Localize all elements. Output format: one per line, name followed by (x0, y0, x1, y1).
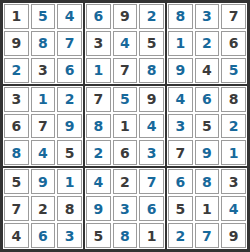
cell-r6c7[interactable]: 7 (168, 140, 193, 165)
cell-r6c4[interactable]: 2 (86, 140, 111, 165)
cell-r4c2[interactable]: 1 (31, 87, 56, 112)
cell-r1c2[interactable]: 5 (31, 4, 56, 29)
cell-r9c8[interactable]: 7 (195, 223, 220, 248)
cell-r4c1[interactable]: 3 (4, 87, 29, 112)
cell-r9c1[interactable]: 4 (4, 223, 29, 248)
cell-r3c2[interactable]: 3 (31, 58, 56, 83)
cell-r7c2[interactable]: 9 (31, 169, 56, 194)
cell-r2c4[interactable]: 3 (86, 31, 111, 56)
cell-r6c9[interactable]: 1 (221, 140, 246, 165)
cell-r8c3[interactable]: 8 (57, 196, 82, 221)
cell-r1c7[interactable]: 8 (168, 4, 193, 29)
cell-r4c7[interactable]: 4 (168, 87, 193, 112)
box-2-2: 683514279 (166, 167, 248, 250)
cell-r4c6[interactable]: 9 (139, 87, 164, 112)
cell-r6c3[interactable]: 5 (57, 140, 82, 165)
cell-r9c2[interactable]: 6 (31, 223, 56, 248)
cell-r4c5[interactable]: 5 (113, 87, 138, 112)
cell-r4c9[interactable]: 8 (221, 87, 246, 112)
cell-r5c2[interactable]: 7 (31, 114, 56, 139)
cell-r7c4[interactable]: 4 (86, 169, 111, 194)
box-2-0: 591728463 (2, 167, 84, 250)
box-2-1: 427936581 (84, 167, 166, 250)
cell-r6c5[interactable]: 6 (113, 140, 138, 165)
cell-r4c8[interactable]: 6 (195, 87, 220, 112)
cell-r3c1[interactable]: 2 (4, 58, 29, 83)
cell-r3c5[interactable]: 7 (113, 58, 138, 83)
cell-r9c4[interactable]: 5 (86, 223, 111, 248)
cell-r1c8[interactable]: 3 (195, 4, 220, 29)
cell-r5c3[interactable]: 9 (57, 114, 82, 139)
cell-r1c6[interactable]: 2 (139, 4, 164, 29)
cell-r7c5[interactable]: 2 (113, 169, 138, 194)
cell-r8c4[interactable]: 9 (86, 196, 111, 221)
cell-r7c6[interactable]: 7 (139, 169, 164, 194)
cell-r8c5[interactable]: 3 (113, 196, 138, 221)
cell-r2c6[interactable]: 5 (139, 31, 164, 56)
cell-r5c9[interactable]: 2 (221, 114, 246, 139)
cell-r9c3[interactable]: 3 (57, 223, 82, 248)
box-1-1: 759814263 (84, 85, 166, 168)
cell-r1c9[interactable]: 7 (221, 4, 246, 29)
cell-r1c5[interactable]: 9 (113, 4, 138, 29)
sudoku-board: 1549872366923451788371269453126798457598… (0, 0, 250, 252)
cell-r7c7[interactable]: 6 (168, 169, 193, 194)
cell-r4c4[interactable]: 7 (86, 87, 111, 112)
cell-r7c9[interactable]: 3 (221, 169, 246, 194)
cell-r5c6[interactable]: 4 (139, 114, 164, 139)
cell-r3c3[interactable]: 6 (57, 58, 82, 83)
cell-r6c2[interactable]: 4 (31, 140, 56, 165)
box-0-1: 692345178 (84, 2, 166, 85)
cell-r9c5[interactable]: 8 (113, 223, 138, 248)
cell-r2c9[interactable]: 6 (221, 31, 246, 56)
cell-r8c7[interactable]: 5 (168, 196, 193, 221)
cell-r1c4[interactable]: 6 (86, 4, 111, 29)
cell-r8c6[interactable]: 6 (139, 196, 164, 221)
cell-r9c6[interactable]: 1 (139, 223, 164, 248)
cell-r7c3[interactable]: 1 (57, 169, 82, 194)
cell-r5c1[interactable]: 6 (4, 114, 29, 139)
cell-r7c1[interactable]: 5 (4, 169, 29, 194)
cell-r6c8[interactable]: 9 (195, 140, 220, 165)
cell-r5c5[interactable]: 1 (113, 114, 138, 139)
cell-r3c8[interactable]: 4 (195, 58, 220, 83)
cell-r9c7[interactable]: 2 (168, 223, 193, 248)
cell-r1c1[interactable]: 1 (4, 4, 29, 29)
cell-r2c8[interactable]: 2 (195, 31, 220, 56)
cell-r5c8[interactable]: 5 (195, 114, 220, 139)
cell-r8c1[interactable]: 7 (4, 196, 29, 221)
cell-r2c5[interactable]: 4 (113, 31, 138, 56)
box-1-0: 312679845 (2, 85, 84, 168)
cell-r2c3[interactable]: 7 (57, 31, 82, 56)
cell-r8c2[interactable]: 2 (31, 196, 56, 221)
box-0-0: 154987236 (2, 2, 84, 85)
cell-r9c9[interactable]: 9 (221, 223, 246, 248)
cell-r5c7[interactable]: 3 (168, 114, 193, 139)
cell-r7c8[interactable]: 8 (195, 169, 220, 194)
cell-r2c7[interactable]: 1 (168, 31, 193, 56)
cell-r6c1[interactable]: 8 (4, 140, 29, 165)
cell-r2c1[interactable]: 9 (4, 31, 29, 56)
cell-r3c6[interactable]: 8 (139, 58, 164, 83)
box-0-2: 837126945 (166, 2, 248, 85)
cell-r4c3[interactable]: 2 (57, 87, 82, 112)
cell-r3c4[interactable]: 1 (86, 58, 111, 83)
cell-r8c9[interactable]: 4 (221, 196, 246, 221)
cell-r3c9[interactable]: 5 (221, 58, 246, 83)
cell-r8c8[interactable]: 1 (195, 196, 220, 221)
cell-r6c6[interactable]: 3 (139, 140, 164, 165)
cell-r2c2[interactable]: 8 (31, 31, 56, 56)
cell-r5c4[interactable]: 8 (86, 114, 111, 139)
cell-r3c7[interactable]: 9 (168, 58, 193, 83)
box-1-2: 468352791 (166, 85, 248, 168)
cell-r1c3[interactable]: 4 (57, 4, 82, 29)
